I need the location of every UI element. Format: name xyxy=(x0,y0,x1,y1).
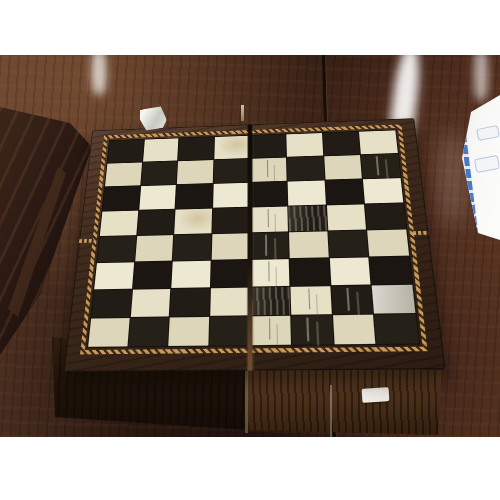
square-5-3 xyxy=(211,260,250,287)
square-7-4 xyxy=(251,316,292,345)
square-7-7 xyxy=(374,314,418,344)
square-3-0 xyxy=(100,211,138,236)
square-4-3 xyxy=(212,233,250,259)
square-1-3 xyxy=(214,159,250,183)
square-3-3 xyxy=(212,208,249,234)
square-2-1 xyxy=(139,185,176,210)
square-2-5 xyxy=(288,180,326,205)
glare-highlight xyxy=(474,55,488,101)
auction-photo xyxy=(0,55,500,437)
square-0-0 xyxy=(107,140,143,163)
square-3-6 xyxy=(327,204,367,230)
square-3-5 xyxy=(288,205,327,231)
square-2-0 xyxy=(102,186,139,211)
square-5-2 xyxy=(172,261,211,288)
square-6-4 xyxy=(251,287,291,315)
square-1-4 xyxy=(250,158,286,182)
square-2-4 xyxy=(250,182,287,207)
square-1-7 xyxy=(361,154,400,179)
square-6-5 xyxy=(291,286,332,315)
square-5-6 xyxy=(330,257,371,285)
square-3-7 xyxy=(365,203,406,229)
square-6-3 xyxy=(210,288,249,316)
square-2-7 xyxy=(363,178,403,203)
square-5-0 xyxy=(94,262,134,289)
square-5-1 xyxy=(133,262,172,289)
paper-form-box xyxy=(476,125,500,141)
square-7-3 xyxy=(209,316,249,345)
square-6-6 xyxy=(331,285,373,314)
square-0-5 xyxy=(286,133,323,157)
square-6-0 xyxy=(91,290,131,318)
square-7-1 xyxy=(128,317,169,346)
square-7-0 xyxy=(88,318,129,347)
square-7-6 xyxy=(333,315,376,345)
square-3-2 xyxy=(174,209,212,235)
glare-highlight xyxy=(92,55,106,95)
square-0-4 xyxy=(250,134,286,158)
square-7-5 xyxy=(291,315,333,345)
square-2-2 xyxy=(176,184,213,209)
square-0-7 xyxy=(359,130,397,154)
square-6-1 xyxy=(130,289,170,317)
square-7-2 xyxy=(168,317,209,346)
glare-highlight xyxy=(440,133,466,225)
price-label xyxy=(362,387,390,403)
inlay-segment-left xyxy=(79,239,94,243)
top-hinge xyxy=(241,105,244,121)
square-1-1 xyxy=(141,161,177,185)
square-4-1 xyxy=(135,235,174,261)
square-4-5 xyxy=(289,231,328,258)
square-5-4 xyxy=(251,259,290,286)
table-seam-reflection xyxy=(330,385,332,437)
square-0-1 xyxy=(143,138,179,161)
square-1-5 xyxy=(287,156,324,180)
chessboard xyxy=(64,118,446,372)
square-6-7 xyxy=(372,285,415,314)
square-5-7 xyxy=(370,257,412,285)
inlay-segment-right xyxy=(413,231,429,235)
square-1-6 xyxy=(324,155,362,179)
square-4-0 xyxy=(97,236,136,262)
square-4-4 xyxy=(250,232,288,259)
square-3-4 xyxy=(250,207,288,233)
board-frame xyxy=(64,118,446,372)
square-2-6 xyxy=(325,179,364,204)
square-5-5 xyxy=(290,258,330,286)
square-3-1 xyxy=(137,210,175,235)
square-4-6 xyxy=(328,230,368,257)
board-squares xyxy=(87,130,420,348)
square-2-3 xyxy=(213,183,250,208)
paper-form-box xyxy=(474,155,500,173)
photo-letterbox xyxy=(0,0,500,500)
square-0-3 xyxy=(214,136,249,159)
square-0-2 xyxy=(178,137,214,160)
square-0-6 xyxy=(323,132,361,156)
fold-hinge-gap xyxy=(247,124,252,370)
square-1-2 xyxy=(177,160,213,184)
square-6-2 xyxy=(170,288,210,316)
square-4-2 xyxy=(173,234,211,260)
square-1-0 xyxy=(105,162,142,186)
square-4-7 xyxy=(368,229,410,256)
